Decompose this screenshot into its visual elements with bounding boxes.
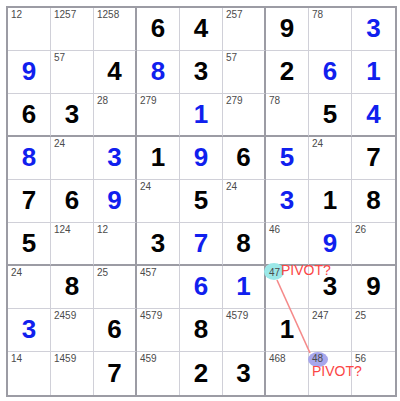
given-digit: 7 (366, 144, 380, 170)
pencil-marks: 247 (312, 310, 329, 321)
pencil-marks: 56 (355, 353, 366, 364)
given-digit: 3 (65, 101, 79, 127)
cell-r3c9[interactable]: 4 (352, 94, 395, 137)
pencil-marks: 1459 (54, 353, 76, 364)
cell-r8c6[interactable]: 4579 (223, 309, 266, 352)
cell-r3c5[interactable]: 1 (180, 94, 223, 137)
cell-r3c1[interactable]: 6 (8, 94, 51, 137)
pencil-marks: 48 (312, 353, 323, 364)
cell-r5c8[interactable]: 1 (309, 180, 352, 223)
cell-r4c1[interactable]: 8 (8, 137, 51, 180)
pencil-marks: 24 (226, 181, 237, 192)
given-digit: 3 (236, 360, 250, 386)
solved-digit: 7 (194, 230, 208, 256)
given-digit: 8 (366, 187, 380, 213)
pencil-marks: 279 (226, 95, 243, 106)
given-digit: 9 (280, 15, 294, 41)
given-digit: 8 (194, 316, 208, 342)
cell-r8c3[interactable]: 6 (94, 309, 137, 352)
given-digit: 4 (194, 15, 208, 41)
pencil-marks: 279 (140, 95, 157, 106)
cell-r4c2[interactable]: 24 (51, 137, 94, 180)
cell-r7c6[interactable]: 1 (223, 266, 266, 309)
cell-r9c9[interactable]: 56 (352, 352, 395, 395)
cell-r3c7[interactable]: 78 (266, 94, 309, 137)
given-digit: 8 (65, 273, 79, 299)
cell-r7c1[interactable]: 24 (8, 266, 51, 309)
cell-r2c8[interactable]: 6 (309, 51, 352, 94)
cell-r8c8[interactable]: 247 (309, 309, 352, 352)
cell-r1c5[interactable]: 4 (180, 8, 223, 51)
cell-r2c9[interactable]: 1 (352, 51, 395, 94)
cell-r4c7[interactable]: 5 (266, 137, 309, 180)
cell-r2c2[interactable]: 57 (51, 51, 94, 94)
cell-r2c1[interactable]: 9 (8, 51, 51, 94)
pencil-marks: 24 (11, 267, 22, 278)
cell-r4c9[interactable]: 7 (352, 137, 395, 180)
pencil-marks: 14 (11, 353, 22, 364)
given-digit: 7 (107, 360, 121, 386)
pencil-marks: 25 (97, 267, 108, 278)
solved-digit: 6 (194, 273, 208, 299)
cell-r4c5[interactable]: 9 (180, 137, 223, 180)
solved-digit: 3 (366, 15, 380, 41)
given-digit: 3 (323, 273, 337, 299)
given-digit: 1 (151, 144, 165, 170)
pencil-marks: 124 (54, 224, 71, 235)
cell-r7c9[interactable]: 9 (352, 266, 395, 309)
pencil-marks: 1258 (97, 9, 119, 20)
cell-r5c3[interactable]: 9 (94, 180, 137, 223)
given-digit: 5 (323, 101, 337, 127)
solved-digit: 1 (194, 101, 208, 127)
cell-r1c6[interactable]: 257 (223, 8, 266, 51)
cell-r4c3[interactable]: 3 (94, 137, 137, 180)
cell-r9c4[interactable]: 459 (137, 352, 180, 395)
pencil-marks: 26 (355, 224, 366, 235)
solved-digit: 9 (194, 144, 208, 170)
solved-digit: 3 (107, 144, 121, 170)
cell-r7c2[interactable]: 8 (51, 266, 94, 309)
given-digit: 6 (107, 316, 121, 342)
cell-r1c7[interactable]: 9 (266, 8, 309, 51)
pencil-marks: 12 (11, 9, 22, 20)
cell-r1c1[interactable]: 12 (8, 8, 51, 51)
given-digit: 9 (366, 273, 380, 299)
pencil-marks: 78 (312, 9, 323, 20)
cell-r6c6[interactable]: 8 (223, 223, 266, 266)
cell-r5c9[interactable]: 8 (352, 180, 395, 223)
cell-r9c8[interactable]: 48 (309, 352, 352, 395)
pencil-marks: 57 (54, 52, 65, 63)
cell-r5c6[interactable]: 24 (223, 180, 266, 223)
pencil-marks: 57 (226, 52, 237, 63)
given-digit: 1 (280, 316, 294, 342)
solved-digit: 4 (366, 101, 380, 127)
cell-r2c5[interactable]: 3 (180, 51, 223, 94)
solved-digit: 8 (151, 58, 165, 84)
cell-r8c9[interactable]: 25 (352, 309, 395, 352)
pencil-marks: 47 (269, 267, 280, 278)
cell-r5c5[interactable]: 5 (180, 180, 223, 223)
pencil-marks: 4579 (140, 310, 162, 321)
pencil-marks: 28 (97, 95, 108, 106)
pencil-marks: 25 (355, 310, 366, 321)
cell-r6c5[interactable]: 7 (180, 223, 223, 266)
solved-digit: 8 (22, 144, 36, 170)
solved-digit: 9 (323, 230, 337, 256)
cell-r1c9[interactable]: 3 (352, 8, 395, 51)
sudoku-board: 1212571258642579783957483572616328279127… (6, 6, 397, 397)
cell-r6c1[interactable]: 5 (8, 223, 51, 266)
cell-r8c5[interactable]: 8 (180, 309, 223, 352)
cell-r4c4[interactable]: 1 (137, 137, 180, 180)
cell-r9c1[interactable]: 14 (8, 352, 51, 395)
pencil-marks: 12 (97, 224, 108, 235)
cell-r2c4[interactable]: 8 (137, 51, 180, 94)
cell-r7c7[interactable]: 47 (266, 266, 309, 309)
pencil-marks: 24 (140, 181, 151, 192)
given-digit: 6 (65, 187, 79, 213)
cell-r3c8[interactable]: 5 (309, 94, 352, 137)
given-digit: 8 (236, 230, 250, 256)
cell-r3c4[interactable]: 279 (137, 94, 180, 137)
cell-r2c3[interactable]: 4 (94, 51, 137, 94)
pencil-marks: 257 (226, 9, 243, 20)
cell-r2c7[interactable]: 2 (266, 51, 309, 94)
pencil-marks: 24 (312, 138, 323, 149)
cell-r9c5[interactable]: 2 (180, 352, 223, 395)
pencil-marks: 457 (140, 267, 157, 278)
cell-r6c2[interactable]: 124 (51, 223, 94, 266)
solved-digit: 3 (22, 316, 36, 342)
pencil-marks: 4579 (226, 310, 248, 321)
cell-r3c6[interactable]: 279 (223, 94, 266, 137)
given-digit: 6 (151, 15, 165, 41)
pencil-marks: 1257 (54, 9, 76, 20)
cell-r8c2[interactable]: 2459 (51, 309, 94, 352)
solved-digit: 6 (323, 58, 337, 84)
cell-r6c3[interactable]: 12 (94, 223, 137, 266)
solved-digit: 1 (366, 58, 380, 84)
cell-r4c6[interactable]: 6 (223, 137, 266, 180)
solved-digit: 5 (280, 144, 294, 170)
cell-r9c2[interactable]: 1459 (51, 352, 94, 395)
cell-r5c7[interactable]: 3 (266, 180, 309, 223)
cell-r7c8[interactable]: 3 (309, 266, 352, 309)
pencil-marks: 46 (269, 224, 280, 235)
pencil-marks: 459 (140, 353, 157, 364)
cell-r1c4[interactable]: 6 (137, 8, 180, 51)
cell-r8c4[interactable]: 4579 (137, 309, 180, 352)
cell-r3c2[interactable]: 3 (51, 94, 94, 137)
solved-digit: 1 (236, 273, 250, 299)
given-digit: 1 (323, 187, 337, 213)
cell-r5c2[interactable]: 6 (51, 180, 94, 223)
cell-r2c6[interactable]: 57 (223, 51, 266, 94)
given-digit: 6 (236, 144, 250, 170)
given-digit: 6 (22, 101, 36, 127)
given-digit: 7 (22, 187, 36, 213)
cell-r7c4[interactable]: 457 (137, 266, 180, 309)
cell-r1c3[interactable]: 1258 (94, 8, 137, 51)
given-digit: 3 (151, 230, 165, 256)
cell-r9c6[interactable]: 3 (223, 352, 266, 395)
pencil-marks: 78 (269, 95, 280, 106)
cell-r1c8[interactable]: 78 (309, 8, 352, 51)
cell-r7c5[interactable]: 6 (180, 266, 223, 309)
cell-r8c7[interactable]: 1 (266, 309, 309, 352)
given-digit: 5 (194, 187, 208, 213)
cell-r9c3[interactable]: 7 (94, 352, 137, 395)
given-digit: 3 (194, 58, 208, 84)
cell-r7c3[interactable]: 25 (94, 266, 137, 309)
cell-r6c7[interactable]: 46 (266, 223, 309, 266)
solved-digit: 3 (280, 187, 294, 213)
given-digit: 2 (194, 360, 208, 386)
given-digit: 5 (22, 230, 36, 256)
pencil-marks: 24 (54, 138, 65, 149)
given-digit: 4 (107, 58, 121, 84)
cell-r5c1[interactable]: 7 (8, 180, 51, 223)
cell-r3c3[interactable]: 28 (94, 94, 137, 137)
cell-r8c1[interactable]: 3 (8, 309, 51, 352)
solved-digit: 9 (107, 187, 121, 213)
cell-r4c8[interactable]: 24 (309, 137, 352, 180)
cell-r9c7[interactable]: 468 (266, 352, 309, 395)
cell-r6c4[interactable]: 3 (137, 223, 180, 266)
cell-r1c2[interactable]: 1257 (51, 8, 94, 51)
cell-r5c4[interactable]: 24 (137, 180, 180, 223)
cell-r6c8[interactable]: 9 (309, 223, 352, 266)
solved-digit: 9 (22, 58, 36, 84)
cell-r6c9[interactable]: 26 (352, 223, 395, 266)
pencil-marks: 468 (269, 353, 286, 364)
pencil-marks: 2459 (54, 310, 76, 321)
given-digit: 2 (280, 58, 294, 84)
